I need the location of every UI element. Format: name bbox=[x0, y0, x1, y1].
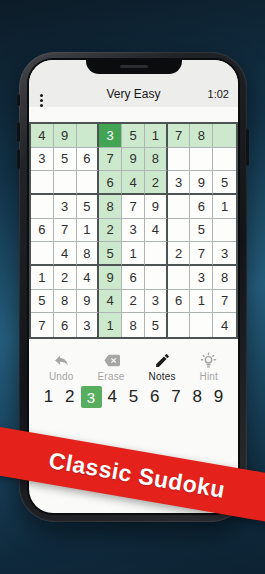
cell-r8c7[interactable]: 6 bbox=[168, 290, 191, 314]
cell-r6c9[interactable]: 3 bbox=[213, 242, 236, 266]
cell-r4c4[interactable]: 8 bbox=[99, 195, 122, 219]
cell-r5c4[interactable]: 2 bbox=[99, 219, 122, 243]
cell-r5c6[interactable]: 4 bbox=[145, 219, 168, 243]
cell-r3c4[interactable]: 6 bbox=[99, 171, 122, 195]
backspace-icon bbox=[103, 352, 120, 369]
cell-r6c4[interactable]: 5 bbox=[99, 242, 122, 266]
cell-r1c5[interactable]: 5 bbox=[122, 124, 145, 148]
cell-r7c1[interactable]: 1 bbox=[31, 266, 54, 290]
cell-r1c9[interactable] bbox=[213, 124, 236, 148]
cell-r4c7[interactable] bbox=[168, 195, 191, 219]
cell-r1c8[interactable]: 8 bbox=[190, 124, 213, 148]
cell-r3c5[interactable]: 4 bbox=[122, 171, 145, 195]
cell-r2c9[interactable] bbox=[213, 148, 236, 172]
cell-r7c2[interactable]: 2 bbox=[54, 266, 77, 290]
cell-r1c1[interactable]: 4 bbox=[31, 124, 54, 148]
cell-r9c2[interactable]: 6 bbox=[54, 313, 77, 337]
game-timer: 1:02 bbox=[208, 88, 229, 100]
cell-r4c3[interactable]: 5 bbox=[77, 195, 100, 219]
cell-r8c3[interactable]: 9 bbox=[77, 290, 100, 314]
phone-notch bbox=[86, 60, 182, 74]
hint-label: Hint bbox=[199, 371, 218, 382]
cell-r9c7[interactable] bbox=[168, 313, 191, 337]
cell-r3c3[interactable] bbox=[77, 171, 100, 195]
cell-r9c6[interactable]: 5 bbox=[145, 313, 168, 337]
cell-r3c9[interactable]: 5 bbox=[213, 171, 236, 195]
cell-r4c9[interactable]: 1 bbox=[213, 195, 236, 219]
numpad-8[interactable]: 8 bbox=[187, 386, 208, 408]
pencil-icon bbox=[154, 352, 171, 369]
numpad-5[interactable]: 5 bbox=[123, 386, 144, 408]
cell-r1c6[interactable]: 1 bbox=[145, 124, 168, 148]
toolbar: Undo Erase Notes bbox=[29, 348, 238, 386]
cell-r5c8[interactable]: 5 bbox=[190, 219, 213, 243]
cell-r2c1[interactable]: 3 bbox=[31, 148, 54, 172]
cell-r8c5[interactable]: 2 bbox=[122, 290, 145, 314]
erase-button[interactable]: Erase bbox=[98, 352, 125, 382]
numpad-1[interactable]: 1 bbox=[38, 386, 59, 408]
cell-r2c4[interactable]: 7 bbox=[99, 148, 122, 172]
cell-r1c7[interactable]: 7 bbox=[168, 124, 191, 148]
undo-label: Undo bbox=[49, 371, 74, 382]
lightbulb-icon bbox=[200, 352, 217, 369]
undo-arrow-icon bbox=[53, 352, 70, 369]
undo-button[interactable]: Undo bbox=[49, 352, 74, 382]
cell-r9c9[interactable]: 4 bbox=[213, 313, 236, 337]
cell-r9c4[interactable]: 1 bbox=[99, 313, 122, 337]
hint-button[interactable]: Hint bbox=[199, 352, 218, 382]
erase-label: Erase bbox=[98, 371, 125, 382]
numpad-2[interactable]: 2 bbox=[59, 386, 80, 408]
cell-r6c8[interactable]: 7 bbox=[190, 242, 213, 266]
cell-r2c2[interactable]: 5 bbox=[54, 148, 77, 172]
volume-up-button bbox=[17, 122, 20, 142]
notes-label: Notes bbox=[148, 371, 175, 382]
cell-r6c7[interactable]: 2 bbox=[168, 242, 191, 266]
cell-r7c6[interactable] bbox=[145, 266, 168, 290]
cell-r2c6[interactable]: 8 bbox=[145, 148, 168, 172]
speaker-slot bbox=[120, 65, 148, 68]
cell-r7c3[interactable]: 4 bbox=[77, 266, 100, 290]
cell-r3c2[interactable] bbox=[54, 171, 77, 195]
cell-r5c1[interactable]: 6 bbox=[31, 219, 54, 243]
cell-r4c6[interactable]: 9 bbox=[145, 195, 168, 219]
cell-r4c8[interactable]: 6 bbox=[190, 195, 213, 219]
cell-r4c1[interactable] bbox=[31, 195, 54, 219]
cell-r9c8[interactable] bbox=[190, 313, 213, 337]
cell-r3c7[interactable]: 3 bbox=[168, 171, 191, 195]
cell-r4c2[interactable]: 3 bbox=[54, 195, 77, 219]
cell-r1c4[interactable]: 3 bbox=[99, 124, 122, 148]
cell-r2c7[interactable] bbox=[168, 148, 191, 172]
cell-r7c7[interactable] bbox=[168, 266, 191, 290]
cell-r5c2[interactable]: 7 bbox=[54, 219, 77, 243]
cell-r3c1[interactable] bbox=[31, 171, 54, 195]
cell-r9c3[interactable]: 3 bbox=[77, 313, 100, 337]
cell-r3c8[interactable]: 9 bbox=[190, 171, 213, 195]
cell-r8c8[interactable]: 1 bbox=[190, 290, 213, 314]
cell-r6c5[interactable]: 1 bbox=[122, 242, 145, 266]
numpad-9[interactable]: 9 bbox=[208, 386, 229, 408]
cell-r8c4[interactable]: 4 bbox=[99, 290, 122, 314]
cell-r8c9[interactable]: 7 bbox=[213, 290, 236, 314]
power-button bbox=[246, 128, 249, 166]
mute-switch bbox=[17, 94, 20, 106]
cell-r2c8[interactable] bbox=[190, 148, 213, 172]
numpad-6[interactable]: 6 bbox=[144, 386, 165, 408]
volume-down-button bbox=[17, 149, 20, 169]
number-pad: 123456789 bbox=[29, 384, 238, 410]
cell-r2c3[interactable]: 6 bbox=[77, 148, 100, 172]
sudoku-grid: 4935178356798642395358796167123454851273… bbox=[29, 122, 238, 339]
cell-r7c5[interactable]: 6 bbox=[122, 266, 145, 290]
cell-r5c9[interactable] bbox=[213, 219, 236, 243]
app-store-screenshot: Very Easy 1:02 4935178356798642395358796… bbox=[0, 0, 265, 574]
cell-r3c6[interactable]: 2 bbox=[145, 171, 168, 195]
notes-button[interactable]: Notes bbox=[148, 352, 175, 382]
cell-r6c2[interactable]: 4 bbox=[54, 242, 77, 266]
cell-r8c1[interactable]: 5 bbox=[31, 290, 54, 314]
cell-r9c5[interactable]: 8 bbox=[122, 313, 145, 337]
cell-r5c7[interactable] bbox=[168, 219, 191, 243]
cell-r1c3[interactable] bbox=[77, 124, 100, 148]
cell-r2c5[interactable]: 9 bbox=[122, 148, 145, 172]
numpad-4[interactable]: 4 bbox=[102, 386, 123, 408]
cell-r4c5[interactable]: 7 bbox=[122, 195, 145, 219]
cell-r7c4[interactable]: 9 bbox=[99, 266, 122, 290]
cell-r6c6[interactable] bbox=[145, 242, 168, 266]
cell-r8c2[interactable]: 8 bbox=[54, 290, 77, 314]
cell-r6c3[interactable]: 8 bbox=[77, 242, 100, 266]
cell-r5c5[interactable]: 3 bbox=[122, 219, 145, 243]
cell-r1c2[interactable]: 9 bbox=[54, 124, 77, 148]
cell-r9c1[interactable]: 7 bbox=[31, 313, 54, 337]
numpad-7[interactable]: 7 bbox=[166, 386, 187, 408]
cell-r8c6[interactable]: 3 bbox=[145, 290, 168, 314]
cell-r5c3[interactable]: 1 bbox=[77, 219, 100, 243]
cell-r7c9[interactable]: 8 bbox=[213, 266, 236, 290]
cell-r6c1[interactable] bbox=[31, 242, 54, 266]
numpad-3[interactable]: 3 bbox=[81, 386, 102, 408]
cell-r7c8[interactable]: 3 bbox=[190, 266, 213, 290]
